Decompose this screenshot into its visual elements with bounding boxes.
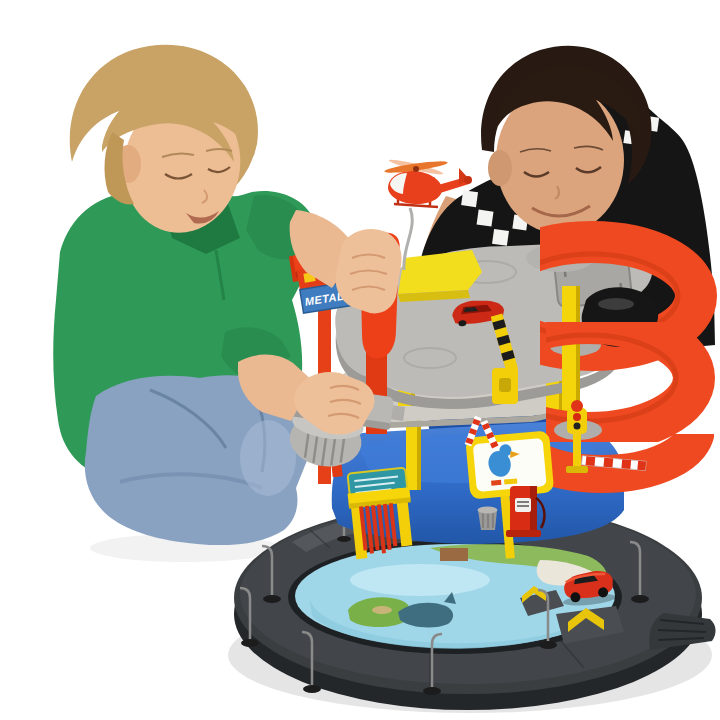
tail-rotor [464, 176, 472, 184]
billboard-logo-red [491, 480, 501, 486]
yellow-ramp [398, 250, 482, 294]
scene-canvas: METAL P [0, 0, 720, 720]
photo-scene: METAL P [0, 0, 720, 720]
litter-bin [478, 507, 498, 531]
boy-left [53, 45, 319, 545]
dock [440, 548, 468, 561]
water-highlight [350, 564, 490, 596]
boy-right-ear [488, 150, 512, 186]
rotor-hub [413, 166, 419, 172]
pillar-lower-shade [417, 416, 421, 490]
jeans-knee-highlight [240, 420, 296, 496]
island-sand [372, 606, 392, 614]
